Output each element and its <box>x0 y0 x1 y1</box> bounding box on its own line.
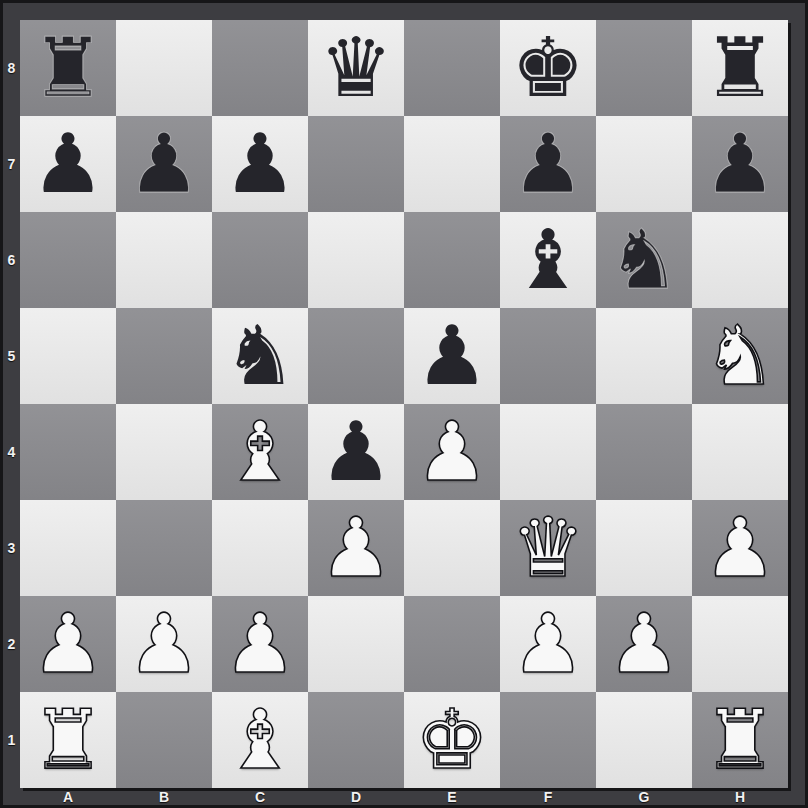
square-c2[interactable]: ♟ <box>212 596 308 692</box>
black-pawn-c7: ♟ <box>223 116 297 212</box>
square-f2[interactable]: ♟ <box>500 596 596 692</box>
square-g6[interactable]: ♞ <box>596 212 692 308</box>
black-knight-g6: ♞ <box>607 212 681 308</box>
square-e8[interactable] <box>404 20 500 116</box>
rank-label-7: 7 <box>3 116 20 212</box>
square-c5[interactable]: ♞ <box>212 308 308 404</box>
square-c4[interactable]: ♝ <box>212 404 308 500</box>
square-d4[interactable]: ♟ <box>308 404 404 500</box>
square-a7[interactable]: ♟ <box>20 116 116 212</box>
square-d1[interactable] <box>308 692 404 788</box>
square-b4[interactable] <box>116 404 212 500</box>
file-label-d: D <box>308 788 404 805</box>
square-f4[interactable] <box>500 404 596 500</box>
square-h7[interactable]: ♟ <box>692 116 788 212</box>
square-a1[interactable]: ♜ <box>20 692 116 788</box>
square-h8[interactable]: ♜ <box>692 20 788 116</box>
chess-board: ♜♛♚♜♟♟♟♟♟♝♞♞♟♞♝♟♟♟♛♟♟♟♟♟♟♜♝♚♜ <box>20 20 788 788</box>
rank-label-5: 5 <box>3 308 20 404</box>
rank-label-8: 8 <box>3 20 20 116</box>
white-bishop-c1: ♝ <box>223 692 297 788</box>
square-b1[interactable] <box>116 692 212 788</box>
square-c3[interactable] <box>212 500 308 596</box>
square-g2[interactable]: ♟ <box>596 596 692 692</box>
white-king-e1: ♚ <box>415 692 489 788</box>
square-d6[interactable] <box>308 212 404 308</box>
white-pawn-a2: ♟ <box>31 596 105 692</box>
square-d5[interactable] <box>308 308 404 404</box>
black-king-f8: ♚ <box>511 20 585 116</box>
square-a4[interactable] <box>20 404 116 500</box>
square-h3[interactable]: ♟ <box>692 500 788 596</box>
square-g5[interactable] <box>596 308 692 404</box>
file-label-e: E <box>404 788 500 805</box>
square-d7[interactable] <box>308 116 404 212</box>
white-queen-f3: ♛ <box>511 500 585 596</box>
square-e3[interactable] <box>404 500 500 596</box>
square-f6[interactable]: ♝ <box>500 212 596 308</box>
square-h2[interactable] <box>692 596 788 692</box>
black-queen-d8: ♛ <box>319 20 393 116</box>
black-knight-c5: ♞ <box>223 308 297 404</box>
black-bishop-f6: ♝ <box>511 212 585 308</box>
square-d3[interactable]: ♟ <box>308 500 404 596</box>
square-e7[interactable] <box>404 116 500 212</box>
white-pawn-g2: ♟ <box>607 596 681 692</box>
square-g7[interactable] <box>596 116 692 212</box>
file-label-a: A <box>20 788 116 805</box>
square-a3[interactable] <box>20 500 116 596</box>
square-h6[interactable] <box>692 212 788 308</box>
rank-label-3: 3 <box>3 500 20 596</box>
rank-label-4: 4 <box>3 404 20 500</box>
white-pawn-e4: ♟ <box>415 404 489 500</box>
white-pawn-d3: ♟ <box>319 500 393 596</box>
black-pawn-f7: ♟ <box>511 116 585 212</box>
square-g8[interactable] <box>596 20 692 116</box>
rank-label-1: 1 <box>3 692 20 788</box>
square-d8[interactable]: ♛ <box>308 20 404 116</box>
square-c1[interactable]: ♝ <box>212 692 308 788</box>
square-h1[interactable]: ♜ <box>692 692 788 788</box>
square-b7[interactable]: ♟ <box>116 116 212 212</box>
square-g3[interactable] <box>596 500 692 596</box>
square-c8[interactable] <box>212 20 308 116</box>
file-label-g: G <box>596 788 692 805</box>
black-pawn-e5: ♟ <box>415 308 489 404</box>
black-pawn-h7: ♟ <box>703 116 777 212</box>
square-e4[interactable]: ♟ <box>404 404 500 500</box>
square-b6[interactable] <box>116 212 212 308</box>
file-label-f: F <box>500 788 596 805</box>
white-pawn-b2: ♟ <box>127 596 201 692</box>
square-a5[interactable] <box>20 308 116 404</box>
square-e2[interactable] <box>404 596 500 692</box>
white-pawn-f2: ♟ <box>511 596 585 692</box>
rank-label-6: 6 <box>3 212 20 308</box>
square-a8[interactable]: ♜ <box>20 20 116 116</box>
white-pawn-c2: ♟ <box>223 596 297 692</box>
square-g1[interactable] <box>596 692 692 788</box>
square-b5[interactable] <box>116 308 212 404</box>
square-d2[interactable] <box>308 596 404 692</box>
square-b3[interactable] <box>116 500 212 596</box>
square-g4[interactable] <box>596 404 692 500</box>
black-pawn-a7: ♟ <box>31 116 105 212</box>
square-h5[interactable]: ♞ <box>692 308 788 404</box>
square-c6[interactable] <box>212 212 308 308</box>
file-label-b: B <box>116 788 212 805</box>
white-bishop-c4: ♝ <box>223 404 297 500</box>
chess-board-frame: ♜♛♚♜♟♟♟♟♟♝♞♞♟♞♝♟♟♟♛♟♟♟♟♟♟♜♝♚♜ 87654321AB… <box>0 0 808 808</box>
square-f8[interactable]: ♚ <box>500 20 596 116</box>
square-f5[interactable] <box>500 308 596 404</box>
square-f1[interactable] <box>500 692 596 788</box>
black-pawn-b7: ♟ <box>127 116 201 212</box>
square-b8[interactable] <box>116 20 212 116</box>
square-f7[interactable]: ♟ <box>500 116 596 212</box>
white-knight-h5: ♞ <box>703 308 777 404</box>
square-e5[interactable]: ♟ <box>404 308 500 404</box>
square-h4[interactable] <box>692 404 788 500</box>
white-rook-h1: ♜ <box>703 692 777 788</box>
square-a2[interactable]: ♟ <box>20 596 116 692</box>
rank-label-2: 2 <box>3 596 20 692</box>
white-rook-a1: ♜ <box>31 692 105 788</box>
white-pawn-h3: ♟ <box>703 500 777 596</box>
square-f3[interactable]: ♛ <box>500 500 596 596</box>
black-rook-a8: ♜ <box>31 20 105 116</box>
black-pawn-d4: ♟ <box>319 404 393 500</box>
square-e6[interactable] <box>404 212 500 308</box>
square-b2[interactable]: ♟ <box>116 596 212 692</box>
square-c7[interactable]: ♟ <box>212 116 308 212</box>
file-label-c: C <box>212 788 308 805</box>
black-rook-h8: ♜ <box>703 20 777 116</box>
square-a6[interactable] <box>20 212 116 308</box>
file-label-h: H <box>692 788 788 805</box>
square-e1[interactable]: ♚ <box>404 692 500 788</box>
